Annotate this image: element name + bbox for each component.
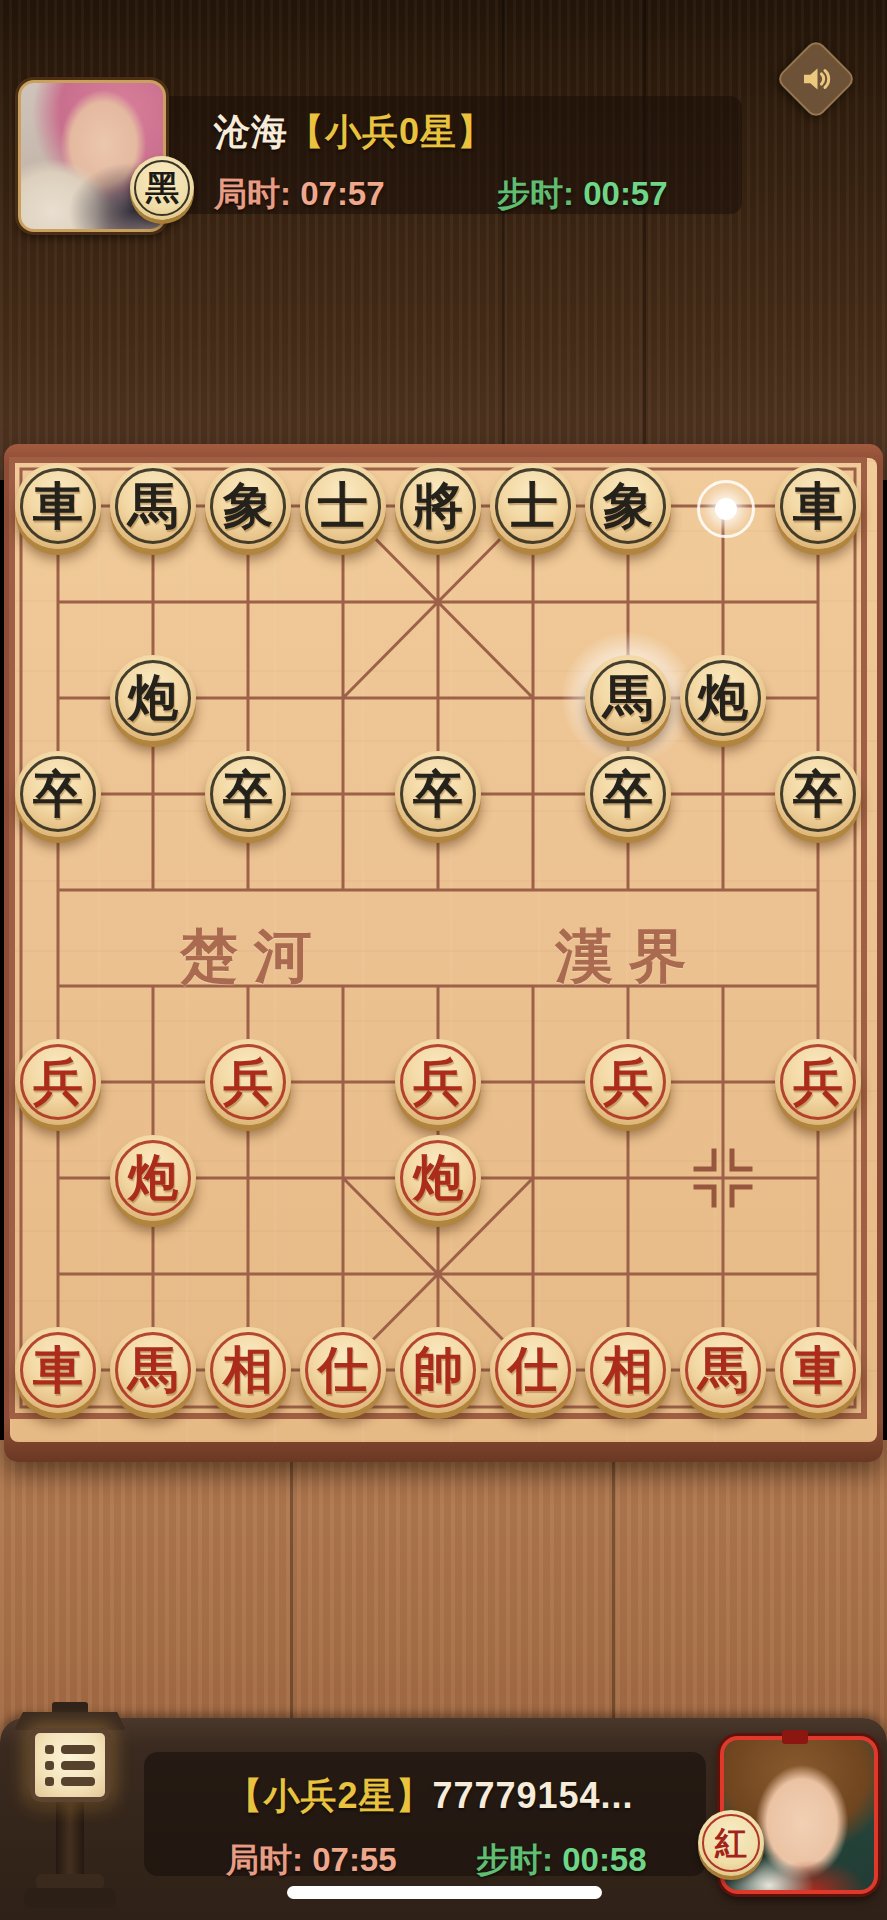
black-side-badge: 黑 xyxy=(130,156,194,220)
piece-character: 卒 xyxy=(33,769,83,819)
red-side-badge: 紅 xyxy=(698,1810,764,1876)
black-piece-士[interactable]: 士 xyxy=(490,463,576,549)
piece-character: 兵 xyxy=(223,1057,273,1107)
red-piece-兵[interactable]: 兵 xyxy=(585,1039,671,1125)
bottom-player-rank: 【小兵2星】 xyxy=(226,1775,432,1816)
black-piece-士[interactable]: 士 xyxy=(300,463,386,549)
piece-character: 兵 xyxy=(603,1057,653,1107)
piece-character: 車 xyxy=(33,1345,83,1395)
wood-grain xyxy=(0,0,887,480)
red-piece-仕[interactable]: 仕 xyxy=(300,1327,386,1413)
black-piece-卒[interactable]: 卒 xyxy=(15,751,101,837)
top-total-time: 局时: 07:57 xyxy=(214,172,385,217)
red-side-label: 紅 xyxy=(715,1827,747,1859)
menu-list-row xyxy=(45,1761,95,1770)
black-piece-卒[interactable]: 卒 xyxy=(395,751,481,837)
bottom-player-uid: 77779154... xyxy=(432,1775,633,1816)
black-piece-象[interactable]: 象 xyxy=(585,463,671,549)
red-piece-帥[interactable]: 帥 xyxy=(395,1327,481,1413)
top-step-time-label: 步时: xyxy=(497,175,574,212)
red-piece-車[interactable]: 車 xyxy=(775,1327,861,1413)
piece-character: 將 xyxy=(413,481,463,531)
piece-character: 炮 xyxy=(128,673,178,723)
black-piece-炮[interactable]: 炮 xyxy=(110,655,196,741)
piece-character: 仕 xyxy=(508,1345,558,1395)
piece-character: 炮 xyxy=(698,673,748,723)
piece-character: 車 xyxy=(33,481,83,531)
piece-character: 卒 xyxy=(223,769,273,819)
red-piece-炮[interactable]: 炮 xyxy=(110,1135,196,1221)
red-piece-兵[interactable]: 兵 xyxy=(15,1039,101,1125)
top-player-rank: 【小兵0星】 xyxy=(288,111,494,152)
menu-list-icon xyxy=(30,1728,110,1802)
red-piece-兵[interactable]: 兵 xyxy=(205,1039,291,1125)
piece-character: 相 xyxy=(603,1345,653,1395)
piece-character: 卒 xyxy=(413,769,463,819)
red-piece-仕[interactable]: 仕 xyxy=(490,1327,576,1413)
speaker-icon xyxy=(798,61,834,97)
plank-seam xyxy=(502,0,505,480)
piece-character: 象 xyxy=(223,481,273,531)
piece-character: 象 xyxy=(603,481,653,531)
menu-list-row xyxy=(45,1745,95,1754)
river-label-left: 楚河 xyxy=(154,918,354,996)
black-piece-車[interactable]: 車 xyxy=(15,463,101,549)
piece-character: 兵 xyxy=(793,1057,843,1107)
black-piece-卒[interactable]: 卒 xyxy=(585,751,671,837)
top-total-time-value: 07:57 xyxy=(300,175,384,212)
red-piece-相[interactable]: 相 xyxy=(585,1327,671,1413)
plank-seam xyxy=(643,0,646,480)
black-piece-馬[interactable]: 馬 xyxy=(110,463,196,549)
board-grid xyxy=(4,444,883,1462)
red-piece-兵[interactable]: 兵 xyxy=(775,1039,861,1125)
piece-character: 士 xyxy=(318,481,368,531)
river-label-right: 漢界 xyxy=(529,918,729,996)
bottom-step-time-label: 步时: xyxy=(476,1841,553,1878)
piece-character: 車 xyxy=(793,1345,843,1395)
top-step-time-value: 00:57 xyxy=(583,175,667,212)
piece-character: 仕 xyxy=(318,1345,368,1395)
piece-character: 士 xyxy=(508,481,558,531)
black-piece-馬[interactable]: 馬 xyxy=(585,655,671,741)
bottom-total-time: 局时: 07:55 xyxy=(226,1838,397,1883)
piece-character: 車 xyxy=(793,481,843,531)
home-indicator[interactable] xyxy=(287,1886,602,1899)
black-piece-卒[interactable]: 卒 xyxy=(775,751,861,837)
piece-character: 炮 xyxy=(128,1153,178,1203)
bottom-step-time-value: 00:58 xyxy=(562,1841,646,1878)
piece-character: 馬 xyxy=(603,673,653,723)
piece-character: 兵 xyxy=(413,1057,463,1107)
bottom-total-time-label: 局时: xyxy=(226,1841,303,1878)
black-piece-炮[interactable]: 炮 xyxy=(680,655,766,741)
black-piece-車[interactable]: 車 xyxy=(775,463,861,549)
menu-list-row xyxy=(45,1777,95,1786)
top-step-time: 步时: 00:57 xyxy=(497,172,668,217)
last-move-from-marker xyxy=(697,480,755,538)
piece-character: 馬 xyxy=(128,1345,178,1395)
piece-character: 卒 xyxy=(603,769,653,819)
red-piece-炮[interactable]: 炮 xyxy=(395,1135,481,1221)
top-total-time-label: 局时: xyxy=(214,175,291,212)
piece-character: 卒 xyxy=(793,769,843,819)
top-player-name-line: 沧海【小兵0星】 xyxy=(214,108,494,157)
piece-character: 帥 xyxy=(413,1345,463,1395)
menu-lantern-base xyxy=(24,1888,116,1908)
red-piece-兵[interactable]: 兵 xyxy=(395,1039,481,1125)
red-piece-相[interactable]: 相 xyxy=(205,1327,291,1413)
menu-button[interactable] xyxy=(12,1702,128,1914)
bottom-step-time: 步时: 00:58 xyxy=(476,1838,647,1883)
top-player-name: 沧海 xyxy=(214,111,288,152)
black-piece-將[interactable]: 將 xyxy=(395,463,481,549)
menu-lantern-post xyxy=(56,1802,84,1880)
piece-character: 炮 xyxy=(413,1153,463,1203)
piece-character: 馬 xyxy=(698,1345,748,1395)
piece-character: 相 xyxy=(223,1345,273,1395)
black-piece-象[interactable]: 象 xyxy=(205,463,291,549)
black-piece-卒[interactable]: 卒 xyxy=(205,751,291,837)
piece-character: 兵 xyxy=(33,1057,83,1107)
bottom-total-time-value: 07:55 xyxy=(312,1841,396,1878)
xiangqi-board[interactable] xyxy=(4,444,883,1462)
piece-character: 馬 xyxy=(128,481,178,531)
top-wood-background xyxy=(0,0,887,480)
red-piece-馬[interactable]: 馬 xyxy=(680,1327,766,1413)
game-screen: 楚河 漢界 黑 沧海【小兵0星】 局时: 07:57 步时: 00:57 【小兵… xyxy=(0,0,887,1920)
black-side-label: 黑 xyxy=(145,171,179,205)
bottom-player-name-line: 【小兵2星】77779154... xyxy=(150,1772,710,1821)
red-piece-馬[interactable]: 馬 xyxy=(110,1327,196,1413)
red-piece-車[interactable]: 車 xyxy=(15,1327,101,1413)
